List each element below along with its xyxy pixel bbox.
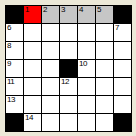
clue-number: 3	[61, 6, 65, 14]
letter-cell[interactable]: 8	[6, 42, 23, 59]
clue-number: 9	[7, 60, 11, 68]
letter-cell[interactable]: 7	[114, 24, 131, 41]
block-cell	[6, 114, 23, 131]
letter-cell[interactable]: 13	[6, 96, 23, 113]
letter-cell[interactable]	[24, 78, 41, 95]
letter-cell[interactable]: 11	[6, 78, 23, 95]
letter-cell[interactable]	[114, 42, 131, 59]
clue-number: 6	[7, 24, 11, 32]
letter-cell[interactable]: 10	[78, 60, 95, 77]
clue-number: 2	[43, 6, 47, 14]
letter-cell[interactable]	[96, 24, 113, 41]
highlighted-word-cell[interactable]: 5	[96, 6, 113, 23]
letter-cell[interactable]	[96, 114, 113, 131]
letter-cell[interactable]	[60, 42, 77, 59]
clue-number: 4	[79, 6, 83, 14]
clue-number: 13	[7, 96, 15, 104]
letter-cell[interactable]	[24, 60, 41, 77]
block-cell	[60, 60, 77, 77]
letter-cell[interactable]	[96, 60, 113, 77]
letter-cell[interactable]	[78, 42, 95, 59]
letter-cell[interactable]	[60, 114, 77, 131]
letter-cell[interactable]	[42, 24, 59, 41]
clue-number: 10	[79, 60, 87, 68]
letter-cell[interactable]	[96, 96, 113, 113]
letter-cell[interactable]	[78, 24, 95, 41]
letter-cell[interactable]	[60, 96, 77, 113]
clue-number: 7	[115, 24, 119, 32]
crossword-puzzle: 1234567891011121314	[5, 5, 132, 132]
clue-number: 1	[25, 6, 29, 14]
clue-number: 14	[25, 114, 33, 122]
letter-cell[interactable]: 6	[6, 24, 23, 41]
clue-number: 12	[61, 78, 69, 86]
letter-cell[interactable]	[114, 60, 131, 77]
letter-cell[interactable]	[114, 78, 131, 95]
block-cell	[6, 6, 23, 23]
letter-cell[interactable]	[96, 78, 113, 95]
letter-cell[interactable]: 9	[6, 60, 23, 77]
block-cell	[114, 6, 131, 23]
letter-cell[interactable]	[96, 42, 113, 59]
letter-cell[interactable]	[42, 42, 59, 59]
highlighted-word-cell[interactable]: 3	[60, 6, 77, 23]
crossword-grid: 1234567891011121314	[5, 5, 132, 132]
letter-cell[interactable]	[78, 78, 95, 95]
clue-number: 11	[7, 78, 14, 86]
letter-cell[interactable]	[60, 24, 77, 41]
selected-cell[interactable]: 1	[24, 6, 41, 23]
letter-cell[interactable]	[78, 114, 95, 131]
letter-cell[interactable]	[24, 96, 41, 113]
letter-cell[interactable]: 14	[24, 114, 41, 131]
letter-cell[interactable]	[78, 96, 95, 113]
letter-cell[interactable]	[42, 60, 59, 77]
letter-cell[interactable]	[42, 114, 59, 131]
letter-cell[interactable]	[24, 24, 41, 41]
highlighted-word-cell[interactable]: 2	[42, 6, 59, 23]
letter-cell[interactable]	[24, 42, 41, 59]
block-cell	[114, 114, 131, 131]
letter-cell[interactable]: 12	[60, 78, 77, 95]
letter-cell[interactable]	[114, 96, 131, 113]
letter-cell[interactable]	[42, 78, 59, 95]
clue-number: 8	[7, 42, 11, 50]
letter-cell[interactable]	[42, 96, 59, 113]
clue-number: 5	[97, 6, 101, 14]
highlighted-word-cell[interactable]: 4	[78, 6, 95, 23]
